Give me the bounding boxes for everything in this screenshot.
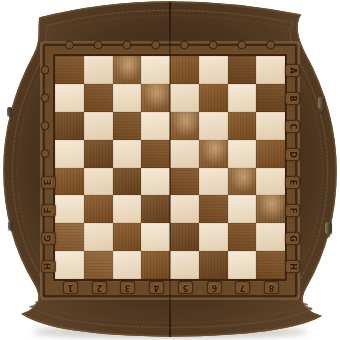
carved-bump [41, 94, 49, 102]
carved-bump [209, 41, 217, 49]
square-a2[interactable] [84, 56, 113, 84]
square-e5[interactable] [170, 168, 199, 196]
square-c1[interactable] [55, 112, 84, 140]
square-d3[interactable] [113, 140, 142, 168]
square-c4[interactable] [141, 112, 170, 140]
carved-bump [41, 122, 49, 130]
square-b1[interactable] [55, 84, 84, 112]
square-f8[interactable] [256, 195, 285, 223]
square-a6[interactable] [199, 56, 228, 84]
board [55, 56, 285, 279]
carved-bump [238, 41, 246, 49]
square-f7[interactable] [228, 195, 257, 223]
square-h5[interactable] [170, 251, 199, 279]
square-b5[interactable] [170, 84, 199, 112]
square-d5[interactable] [170, 140, 199, 168]
square-b3[interactable] [113, 84, 142, 112]
square-d4[interactable] [141, 140, 170, 168]
square-c2[interactable] [84, 112, 113, 140]
hinge-pin-top [7, 107, 12, 116]
square-g8[interactable] [256, 223, 285, 251]
square-h4[interactable] [141, 251, 170, 279]
square-e1[interactable] [55, 168, 84, 196]
square-h6[interactable] [199, 251, 228, 279]
square-d8[interactable] [256, 140, 285, 168]
square-c5[interactable] [170, 112, 199, 140]
square-e6[interactable] [199, 168, 228, 196]
square-f3[interactable] [113, 195, 142, 223]
square-b2[interactable] [84, 84, 113, 112]
square-c7[interactable] [228, 112, 257, 140]
carved-bump [123, 41, 131, 49]
square-g5[interactable] [170, 223, 199, 251]
square-f5[interactable] [170, 195, 199, 223]
carved-bump [41, 66, 49, 74]
square-e2[interactable] [84, 168, 113, 196]
square-g2[interactable] [84, 223, 113, 251]
square-e7[interactable] [228, 168, 257, 196]
square-h7[interactable] [228, 251, 257, 279]
square-c6[interactable] [199, 112, 228, 140]
square-b7[interactable] [228, 84, 257, 112]
square-d2[interactable] [84, 140, 113, 168]
carved-bump [267, 41, 275, 49]
square-e8[interactable] [256, 168, 285, 196]
carved-bump [41, 150, 49, 158]
carved-bump [152, 41, 160, 49]
hinge-pin-bottom [8, 221, 13, 230]
square-h8[interactable] [256, 251, 285, 279]
carved-chess-board: ABCDEFGHEFGH12345678 [0, 0, 340, 340]
square-d6[interactable] [199, 140, 228, 168]
carved-bump [94, 41, 102, 49]
clasp-bottom-right [325, 222, 332, 234]
square-a7[interactable] [228, 56, 257, 84]
square-g7[interactable] [228, 223, 257, 251]
square-c8[interactable] [256, 112, 285, 140]
square-b6[interactable] [199, 84, 228, 112]
square-c3[interactable] [113, 112, 142, 140]
square-g3[interactable] [113, 223, 142, 251]
square-f6[interactable] [199, 195, 228, 223]
square-h3[interactable] [113, 251, 142, 279]
square-a1[interactable] [55, 56, 84, 84]
carved-bump [65, 41, 73, 49]
square-e4[interactable] [141, 168, 170, 196]
square-f1[interactable] [55, 195, 84, 223]
square-a8[interactable] [256, 56, 285, 84]
square-b4[interactable] [141, 84, 170, 112]
square-h2[interactable] [84, 251, 113, 279]
square-a5[interactable] [170, 56, 199, 84]
square-f2[interactable] [84, 195, 113, 223]
square-g6[interactable] [199, 223, 228, 251]
square-d1[interactable] [55, 140, 84, 168]
square-h1[interactable] [55, 251, 84, 279]
clasp-top-right [318, 97, 325, 109]
square-a3[interactable] [113, 56, 142, 84]
square-d7[interactable] [228, 140, 257, 168]
square-b8[interactable] [256, 84, 285, 112]
square-f4[interactable] [141, 195, 170, 223]
square-e3[interactable] [113, 168, 142, 196]
square-g1[interactable] [55, 223, 84, 251]
carved-bump [180, 41, 188, 49]
square-a4[interactable] [141, 56, 170, 84]
square-g4[interactable] [141, 223, 170, 251]
